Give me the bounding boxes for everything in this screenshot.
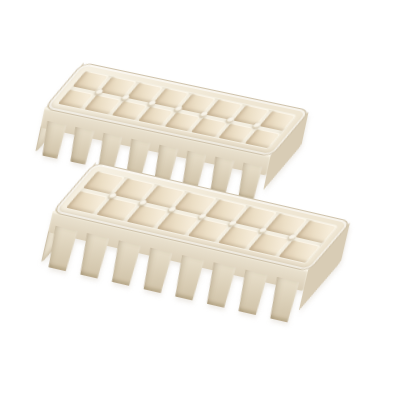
scene bbox=[0, 0, 400, 400]
cube-bottom-bump bbox=[76, 233, 111, 280]
cube-bottom-bump bbox=[203, 262, 238, 309]
cube-bottom-bump bbox=[139, 247, 174, 294]
cube-bottom-bump bbox=[108, 240, 143, 287]
cube-bottom-bump bbox=[234, 269, 269, 316]
cube-bottom-bump bbox=[266, 277, 301, 324]
cube-bottom-bump bbox=[67, 127, 96, 166]
cube-bottom-bump bbox=[171, 255, 206, 302]
